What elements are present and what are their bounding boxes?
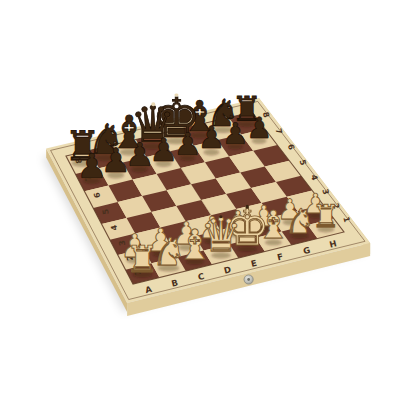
piece-shadow	[191, 132, 210, 138]
piece-shadow	[126, 257, 142, 264]
piece-shadow	[211, 252, 231, 258]
piece-shadow	[237, 121, 256, 127]
piece-shadow	[252, 138, 267, 144]
piece-shadow	[94, 154, 117, 161]
piece-shadow	[142, 143, 163, 150]
piece-shadow	[107, 172, 124, 179]
chess-board: ABCDEFGH1122334455667788	[0, 0, 400, 400]
piece-shadow	[237, 246, 257, 252]
piece-shadow	[283, 219, 297, 225]
piece-shadow	[158, 265, 179, 271]
piece-shadow	[155, 160, 171, 167]
piece-shadow	[179, 155, 195, 161]
piece-shadow	[204, 149, 220, 155]
board-root: ABCDEFGH1122334455667788	[42, 98, 370, 316]
piece-shadow	[186, 259, 204, 265]
piece-shadow	[83, 177, 100, 184]
piece-shadow	[152, 251, 168, 257]
piece-shadow	[132, 271, 152, 278]
piece-shadow	[228, 143, 243, 149]
piece-shadow	[213, 127, 234, 133]
chess-set-photo: ABCDEFGH1122334455667788 ♜♞♝♚♛♝♞♜♟♟♟♟♟♟♟…	[0, 0, 400, 400]
piece-shadow	[204, 238, 219, 244]
latch-icon	[244, 275, 253, 284]
piece-shadow	[231, 232, 246, 238]
piece-shadow	[119, 149, 139, 156]
piece-shadow	[179, 244, 195, 250]
piece-shadow	[72, 160, 94, 167]
piece-shadow	[317, 227, 334, 233]
piece-shadow	[265, 240, 282, 246]
piece-shadow	[309, 213, 323, 219]
piece-shadow	[131, 166, 148, 173]
piece-shadow	[165, 138, 187, 145]
piece-shadow	[257, 226, 272, 232]
piece-shadow	[290, 233, 309, 239]
